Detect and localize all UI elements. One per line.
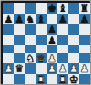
black-pawn[interactable]: ♟	[4, 13, 13, 24]
white-knight[interactable]: ♞	[25, 52, 34, 63]
square-e2[interactable]: ♟	[47, 63, 58, 74]
square-b4[interactable]	[14, 45, 25, 53]
square-b6[interactable]	[14, 24, 25, 35]
square-f4[interactable]	[57, 45, 68, 53]
square-d1[interactable]: ♜	[36, 74, 47, 85]
white-rook[interactable]: ♜	[58, 73, 67, 84]
square-d6[interactable]	[36, 24, 47, 35]
square-h5[interactable]	[79, 35, 90, 46]
black-pawn[interactable]: ♟	[15, 13, 24, 24]
square-f1[interactable]: ♜	[57, 74, 68, 85]
square-a4[interactable]	[3, 45, 14, 53]
white-queen[interactable]: ♛	[36, 52, 45, 63]
square-g6[interactable]	[68, 24, 79, 35]
square-h1[interactable]	[79, 74, 90, 85]
square-e5[interactable]: ♟	[47, 35, 58, 46]
chess-board: ♚♝♜♟♟♞♝♟♟♟♟♞♛♟♟♛♟♟♟♟♜♜♚	[3, 3, 90, 84]
chess-board-frame: ♚♝♜♟♟♞♝♟♟♟♟♞♛♟♟♛♟♟♟♟♜♜♚	[0, 0, 91, 85]
square-h4[interactable]	[79, 45, 90, 53]
white-pawn[interactable]: ♟	[4, 63, 13, 74]
square-c5[interactable]	[25, 35, 36, 46]
square-a2[interactable]: ♟	[3, 63, 14, 74]
square-f7[interactable]: ♟	[57, 14, 68, 25]
square-d7[interactable]: ♝	[36, 14, 47, 25]
square-d3[interactable]: ♛	[36, 53, 47, 64]
square-a5[interactable]	[3, 35, 14, 46]
square-f6[interactable]	[57, 24, 68, 35]
square-b7[interactable]: ♟	[14, 14, 25, 25]
square-h7[interactable]: ♟	[79, 14, 90, 25]
square-h6[interactable]	[79, 24, 90, 35]
square-h2[interactable]: ♟	[79, 63, 90, 74]
square-g4[interactable]	[68, 45, 79, 53]
square-g5[interactable]	[68, 35, 79, 46]
square-g7[interactable]	[68, 14, 79, 25]
square-g8[interactable]	[68, 3, 79, 14]
square-c7[interactable]: ♞	[25, 14, 36, 25]
square-a1[interactable]	[3, 74, 14, 85]
square-f5[interactable]	[57, 35, 68, 46]
black-pawn[interactable]: ♟	[58, 13, 67, 24]
square-b5[interactable]	[14, 35, 25, 46]
white-pawn[interactable]: ♟	[47, 63, 56, 74]
square-a6[interactable]	[3, 24, 14, 35]
square-a7[interactable]: ♟	[3, 14, 14, 25]
square-b2[interactable]: ♛	[14, 63, 25, 74]
white-king[interactable]: ♚	[69, 73, 78, 84]
square-c1[interactable]	[25, 74, 36, 85]
white-pawn[interactable]: ♟	[80, 63, 89, 74]
black-bishop[interactable]: ♝	[36, 13, 45, 24]
black-pawn[interactable]: ♟	[47, 34, 56, 45]
square-d5[interactable]	[36, 35, 47, 46]
black-pawn[interactable]: ♟	[80, 13, 89, 24]
black-queen[interactable]: ♛	[15, 63, 24, 74]
black-knight[interactable]: ♞	[25, 13, 34, 24]
square-c6[interactable]	[25, 24, 36, 35]
square-c2[interactable]	[25, 63, 36, 74]
square-g1[interactable]: ♚	[68, 74, 79, 85]
black-king[interactable]: ♚	[47, 3, 56, 14]
square-e8[interactable]: ♚	[47, 3, 58, 14]
square-e1[interactable]	[47, 74, 58, 85]
white-rook[interactable]: ♜	[36, 73, 45, 84]
square-c3[interactable]: ♞	[25, 53, 36, 64]
square-b1[interactable]	[14, 74, 25, 85]
